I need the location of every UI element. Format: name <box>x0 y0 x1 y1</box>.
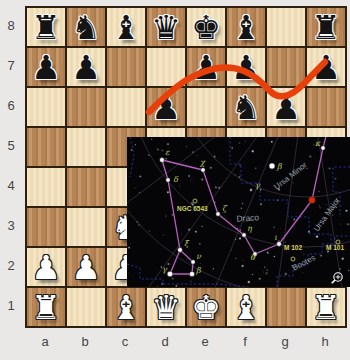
file-label-g: g <box>265 330 305 354</box>
square-a2[interactable]: ♟ <box>26 247 66 287</box>
star-chi-dra <box>201 168 205 172</box>
piece-black-pawn-g6[interactable]: ♟ <box>267 88 305 126</box>
star-label-eta-dra: η <box>247 224 253 233</box>
piece-white-queen-d1[interactable]: ♛ <box>147 288 185 326</box>
square-a4[interactable] <box>26 167 66 207</box>
star-kappa-dra <box>321 146 325 150</box>
piece-white-pawn-a2[interactable]: ♟ <box>27 248 65 286</box>
dso-label-m101: M 101 <box>326 244 344 251</box>
star-alpha-dra-thuban <box>309 197 316 204</box>
starmap-canvas: εδχζηθικξνγββγNGC 6543M 102M 101DracoUrs… <box>127 137 350 287</box>
star-label-nu-dra: ν <box>196 252 202 261</box>
star-beta-umi <box>269 163 275 169</box>
square-h7[interactable]: ♟ <box>306 47 346 87</box>
square-d8[interactable]: ♛ <box>146 7 186 47</box>
square-b7[interactable]: ♟ <box>66 47 106 87</box>
piece-black-king-e8[interactable]: ♚ <box>187 8 225 46</box>
square-b6[interactable] <box>66 87 106 127</box>
star-gamma-umi <box>250 189 252 191</box>
square-b3[interactable] <box>66 207 106 247</box>
square-e6[interactable] <box>186 87 226 127</box>
piece-black-knight-f6[interactable]: ♞ <box>227 88 265 126</box>
file-label-a: a <box>25 330 65 354</box>
star-label-delta-dra: δ <box>173 175 179 184</box>
dso-label-ngc6543: NGC 6543 <box>177 205 208 212</box>
file-label-e: e <box>185 330 225 354</box>
file-label-b: b <box>65 330 105 354</box>
square-f7[interactable]: ♟ <box>226 47 266 87</box>
rank-label-4: 4 <box>0 166 22 206</box>
piece-white-rook-h1[interactable]: ♜ <box>307 288 345 326</box>
star-label-epsilon-dra: ε <box>165 148 170 157</box>
rank-label-8: 8 <box>0 6 22 46</box>
square-e8[interactable]: ♚ <box>186 7 226 47</box>
square-f1[interactable]: ♝ <box>226 287 266 327</box>
piece-black-bishop-c8[interactable]: ♝ <box>107 8 145 46</box>
piece-black-bishop-f8[interactable]: ♝ <box>227 8 265 46</box>
square-f6[interactable]: ♞ <box>226 87 266 127</box>
piece-white-bishop-f1[interactable]: ♝ <box>227 288 265 326</box>
file-label-c: c <box>105 330 145 354</box>
file-label-h: h <box>305 330 345 354</box>
piece-black-knight-b8[interactable]: ♞ <box>67 8 105 46</box>
square-b8[interactable]: ♞ <box>66 7 106 47</box>
square-c1[interactable]: ♝ <box>106 287 146 327</box>
star-label-beta-umi: β <box>277 162 283 171</box>
star-iota-dra <box>277 242 282 247</box>
dso-marker-ngc6543 <box>193 199 197 203</box>
file-label-f: f <box>225 330 265 354</box>
star-nu-dra <box>191 260 195 264</box>
square-a7[interactable]: ♟ <box>26 47 66 87</box>
piece-white-bishop-c1[interactable]: ♝ <box>107 288 145 326</box>
square-e7[interactable]: ♟ <box>186 47 226 87</box>
constellation-name-bootes: Bootes <box>291 253 317 273</box>
chess-app-window: ♜♞♝♛♚♝♜♟♟♟♟♟♟♞♟♞♟♟♟♜♝♛♚♝♜ 87654321abcdef… <box>0 0 350 360</box>
piece-black-pawn-d6[interactable]: ♟ <box>147 88 185 126</box>
piece-black-queen-d8[interactable]: ♛ <box>147 8 185 46</box>
piece-white-king-e1[interactable]: ♚ <box>187 288 225 326</box>
piece-black-pawn-h7[interactable]: ♟ <box>307 48 345 86</box>
star-label-iota-dra: ι <box>274 233 277 242</box>
rank-label-2: 2 <box>0 246 22 286</box>
square-c6[interactable] <box>106 87 146 127</box>
piece-black-rook-h8[interactable]: ♜ <box>307 8 345 46</box>
star-label-chi-dra: χ <box>199 158 206 167</box>
square-d7[interactable] <box>146 47 186 87</box>
square-g8[interactable] <box>266 7 306 47</box>
star-label-beta-dra: β <box>196 266 202 275</box>
square-f8[interactable]: ♝ <box>226 7 266 47</box>
square-b5[interactable] <box>66 127 106 167</box>
square-a6[interactable] <box>26 87 66 127</box>
rank-label-5: 5 <box>0 126 22 166</box>
square-h1[interactable]: ♜ <box>306 287 346 327</box>
square-e1[interactable]: ♚ <box>186 287 226 327</box>
constellation-name-ursa-major: Ursa Major <box>312 196 342 233</box>
square-g1[interactable] <box>266 287 306 327</box>
piece-black-rook-a8[interactable]: ♜ <box>27 8 65 46</box>
square-c8[interactable]: ♝ <box>106 7 146 47</box>
constellation-name-draco: Draco <box>236 212 260 224</box>
piece-black-pawn-a7[interactable]: ♟ <box>27 48 65 86</box>
starmap-overlay-draco[interactable]: εδχζηθικξνγββγNGC 6543M 102M 101DracoUrs… <box>127 137 350 287</box>
square-h6[interactable] <box>306 87 346 127</box>
piece-white-pawn-b2[interactable]: ♟ <box>67 248 105 286</box>
star-epsilon-dra <box>160 158 165 163</box>
star-delta-dra <box>166 178 170 182</box>
piece-white-rook-a1[interactable]: ♜ <box>27 288 65 326</box>
star-beta-dra <box>189 271 194 276</box>
square-d1[interactable]: ♛ <box>146 287 186 327</box>
square-a3[interactable] <box>26 207 66 247</box>
square-c7[interactable] <box>106 47 146 87</box>
piece-black-pawn-e7[interactable]: ♟ <box>187 48 225 86</box>
piece-black-pawn-f7[interactable]: ♟ <box>227 48 265 86</box>
rank-label-1: 1 <box>0 286 22 326</box>
file-label-d: d <box>145 330 185 354</box>
square-a5[interactable] <box>26 127 66 167</box>
star-label-xi-dra: ξ <box>184 239 190 248</box>
square-g6[interactable]: ♟ <box>266 87 306 127</box>
square-a1[interactable]: ♜ <box>26 287 66 327</box>
star-xi-dra <box>178 248 183 253</box>
square-b1[interactable] <box>66 287 106 327</box>
star-eta-dra <box>242 233 246 237</box>
star-zeta-dra <box>216 212 220 216</box>
square-b2[interactable]: ♟ <box>66 247 106 287</box>
square-d6[interactable]: ♟ <box>146 87 186 127</box>
dso-marker-m102 <box>291 257 295 261</box>
square-b4[interactable] <box>66 167 106 207</box>
dso-label-m102: M 102 <box>284 244 302 251</box>
star-label-zeta-dra: ζ <box>222 204 228 213</box>
square-h8[interactable]: ♜ <box>306 7 346 47</box>
rank-label-3: 3 <box>0 206 22 246</box>
rank-label-7: 7 <box>0 46 22 86</box>
rank-label-6: 6 <box>0 86 22 126</box>
piece-black-pawn-b7[interactable]: ♟ <box>67 48 105 86</box>
star-gamma-dra <box>167 271 173 277</box>
square-a8[interactable]: ♜ <box>26 7 66 47</box>
square-g7[interactable] <box>266 47 306 87</box>
star-label-kappa-dra: κ <box>315 139 321 148</box>
star-label-gamma-dra: γ <box>162 265 168 274</box>
